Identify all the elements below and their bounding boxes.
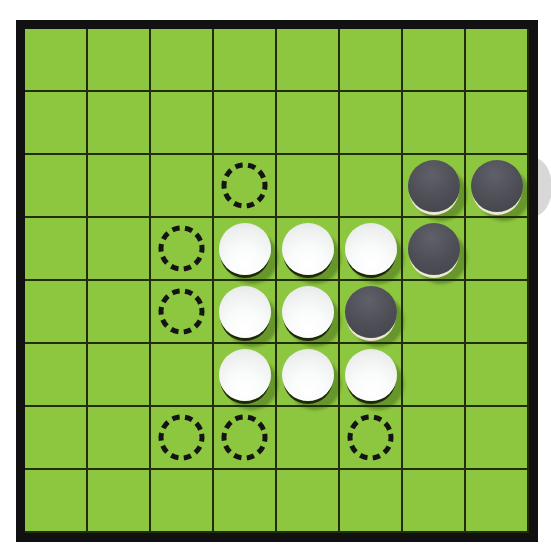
white-disc (219, 286, 271, 338)
cell-a5 (25, 281, 88, 344)
cell-h8 (466, 470, 529, 533)
cell-g6 (403, 344, 466, 407)
cell-g4 (403, 218, 466, 281)
cell-c3 (151, 155, 214, 218)
othello-game-page (0, 0, 551, 556)
cell-f7[interactable] (340, 407, 403, 470)
cell-g1 (403, 29, 466, 92)
cell-b4 (88, 218, 151, 281)
cell-b7 (88, 407, 151, 470)
cell-c4[interactable] (151, 218, 214, 281)
cell-e8 (277, 470, 340, 533)
white-disc (282, 286, 334, 338)
black-disc (471, 160, 523, 212)
othello-board (16, 20, 538, 542)
cell-b5 (88, 281, 151, 344)
cell-d6 (214, 344, 277, 407)
cell-g8 (403, 470, 466, 533)
cell-h6 (466, 344, 529, 407)
cell-c1 (151, 29, 214, 92)
black-disc (408, 160, 460, 212)
white-disc (282, 349, 334, 401)
cell-g5 (403, 281, 466, 344)
black-disc (345, 286, 397, 338)
black-disc (408, 223, 460, 275)
white-disc (219, 349, 271, 401)
cell-e4 (277, 218, 340, 281)
cell-d5 (214, 281, 277, 344)
white-disc (345, 223, 397, 275)
cell-f6 (340, 344, 403, 407)
cell-d4 (214, 218, 277, 281)
cell-f3 (340, 155, 403, 218)
cell-c7[interactable] (151, 407, 214, 470)
cell-a4 (25, 218, 88, 281)
cell-g2 (403, 92, 466, 155)
cell-d2 (214, 92, 277, 155)
legal-move-marker-icon (221, 162, 268, 209)
cell-a8 (25, 470, 88, 533)
cell-d3[interactable] (214, 155, 277, 218)
cell-e7 (277, 407, 340, 470)
cell-a1 (25, 29, 88, 92)
cell-d1 (214, 29, 277, 92)
cell-f2 (340, 92, 403, 155)
cell-e3 (277, 155, 340, 218)
cell-h4 (466, 218, 529, 281)
cell-g7 (403, 407, 466, 470)
white-disc (219, 223, 271, 275)
legal-move-marker-icon (158, 414, 205, 461)
cell-g3 (403, 155, 466, 218)
cell-b2 (88, 92, 151, 155)
cell-f4 (340, 218, 403, 281)
cell-b1 (88, 29, 151, 92)
cell-c2 (151, 92, 214, 155)
cell-e5 (277, 281, 340, 344)
cell-e2 (277, 92, 340, 155)
cell-h5 (466, 281, 529, 344)
white-disc (345, 349, 397, 401)
cell-h1 (466, 29, 529, 92)
legal-move-marker-icon (158, 288, 205, 335)
cell-a3 (25, 155, 88, 218)
cell-c8 (151, 470, 214, 533)
cell-b3 (88, 155, 151, 218)
cell-d7[interactable] (214, 407, 277, 470)
legal-move-marker-icon (221, 414, 268, 461)
cell-f5 (340, 281, 403, 344)
cell-f8 (340, 470, 403, 533)
legal-move-marker-icon (347, 414, 394, 461)
cell-e1 (277, 29, 340, 92)
cell-d8 (214, 470, 277, 533)
cell-f1 (340, 29, 403, 92)
cell-a6 (25, 344, 88, 407)
cell-c5[interactable] (151, 281, 214, 344)
cell-e6 (277, 344, 340, 407)
cell-b6 (88, 344, 151, 407)
cell-h7 (466, 407, 529, 470)
cell-a2 (25, 92, 88, 155)
legal-move-marker-icon (158, 225, 205, 272)
cell-c6 (151, 344, 214, 407)
cell-h2 (466, 92, 529, 155)
white-disc (282, 223, 334, 275)
cell-a7 (25, 407, 88, 470)
cell-h3 (466, 155, 529, 218)
cell-b8 (88, 470, 151, 533)
